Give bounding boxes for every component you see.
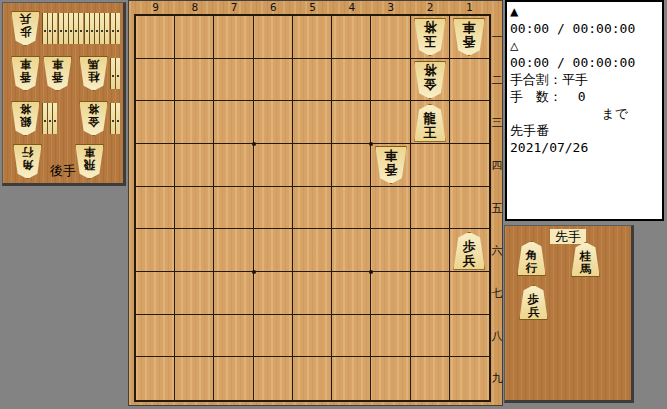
board-cell[interactable] xyxy=(254,315,293,358)
rank-label: 二 xyxy=(491,59,503,102)
hand-piece-sliver[interactable] xyxy=(115,13,120,44)
sente-clock: 00:00 / 00:00:00 xyxy=(510,20,662,37)
file-label: 9 xyxy=(136,1,175,14)
hand-piece-sliver[interactable] xyxy=(115,58,120,89)
sente-hand-tray: 先手 角行桂馬歩兵 xyxy=(504,225,634,403)
board-cell[interactable] xyxy=(411,229,450,272)
star-point xyxy=(252,142,256,146)
sente-tray-label-text: 先手 xyxy=(550,229,586,244)
move-count-label: 手 数： 0 xyxy=(510,88,662,105)
board-cell[interactable] xyxy=(293,272,332,315)
board-cell[interactable] xyxy=(332,315,371,358)
board-frame: 987654321 一二三四五六七八九 香車玉将金将龍王香車歩兵 xyxy=(128,0,503,406)
board-cell[interactable] xyxy=(175,144,214,187)
board-cell[interactable] xyxy=(254,59,293,102)
hand-piece-sliver[interactable] xyxy=(115,103,120,134)
turn-indicator: 先手番 xyxy=(510,122,662,139)
rank-label: 三 xyxy=(491,101,503,144)
board-cell[interactable] xyxy=(450,101,489,144)
board-cell[interactable] xyxy=(293,101,332,144)
board-cell[interactable] xyxy=(254,229,293,272)
file-label: 5 xyxy=(293,1,332,14)
board-cell[interactable] xyxy=(136,229,175,272)
piece-角行[interactable]: 角行 xyxy=(517,241,546,276)
game-date: 2021/07/26 xyxy=(510,139,662,156)
handicap-label: 手合割：平手 xyxy=(510,71,662,88)
board-cell[interactable] xyxy=(332,144,371,187)
board-cell[interactable] xyxy=(450,187,489,230)
file-label: 1 xyxy=(450,1,489,14)
piece-銀将[interactable]: 銀将 xyxy=(11,101,40,136)
board-cell[interactable] xyxy=(254,101,293,144)
file-label: 6 xyxy=(254,1,293,14)
board-cell[interactable] xyxy=(371,16,410,59)
rank-label: 五 xyxy=(491,187,503,230)
board-cell[interactable] xyxy=(293,144,332,187)
board-cell[interactable] xyxy=(175,357,214,400)
piece-歩兵[interactable]: 歩兵 xyxy=(11,11,40,46)
board-cell[interactable] xyxy=(371,272,410,315)
board-cell[interactable] xyxy=(136,144,175,187)
board-cell[interactable] xyxy=(371,357,410,400)
board-cell[interactable] xyxy=(293,229,332,272)
game-info-panel: ▲ 00:00 / 00:00:00 △ 00:00 / 00:00:00 手合… xyxy=(505,0,664,221)
rank-label: 一 xyxy=(491,16,503,59)
board-cell[interactable] xyxy=(332,229,371,272)
file-labels: 987654321 xyxy=(136,1,489,14)
board-cell[interactable] xyxy=(214,59,253,102)
board-cell[interactable] xyxy=(450,59,489,102)
board-cell[interactable] xyxy=(214,144,253,187)
made-label: まで xyxy=(510,105,662,122)
board-cell[interactable] xyxy=(332,272,371,315)
board-cell[interactable] xyxy=(293,59,332,102)
rank-label: 四 xyxy=(491,144,503,187)
board-cell[interactable] xyxy=(450,315,489,358)
board-cell[interactable] xyxy=(411,272,450,315)
board-cell[interactable] xyxy=(175,229,214,272)
board-cell[interactable] xyxy=(175,272,214,315)
board-cell[interactable] xyxy=(214,16,253,59)
gote-mark-icon: △ xyxy=(510,37,662,54)
board-cell[interactable] xyxy=(136,101,175,144)
board-cell[interactable] xyxy=(332,357,371,400)
file-label: 2 xyxy=(411,1,450,14)
rank-label: 八 xyxy=(491,315,503,358)
board-cell[interactable] xyxy=(254,16,293,59)
file-label: 7 xyxy=(214,1,253,14)
sente-mark-icon: ▲ xyxy=(510,3,662,20)
board-cell[interactable] xyxy=(293,16,332,59)
board-cell[interactable] xyxy=(254,357,293,400)
piece-香車[interactable]: 香車 xyxy=(11,56,40,91)
piece-桂馬[interactable]: 桂馬 xyxy=(79,56,108,91)
board-cell[interactable] xyxy=(136,187,175,230)
board-cell[interactable] xyxy=(136,59,175,102)
board-cell[interactable] xyxy=(332,16,371,59)
gote-clock: 00:00 / 00:00:00 xyxy=(510,54,662,71)
board-cell[interactable] xyxy=(214,187,253,230)
board-cell[interactable] xyxy=(175,59,214,102)
board-cell[interactable] xyxy=(214,272,253,315)
board-cell[interactable] xyxy=(254,144,293,187)
board-cell[interactable] xyxy=(136,315,175,358)
board-cell[interactable] xyxy=(332,59,371,102)
board-cell[interactable] xyxy=(411,315,450,358)
board-cell[interactable] xyxy=(136,272,175,315)
board-cell[interactable] xyxy=(411,144,450,187)
piece-金将[interactable]: 金将 xyxy=(79,101,108,136)
board-cell[interactable] xyxy=(450,272,489,315)
board-cell[interactable] xyxy=(371,229,410,272)
file-label: 4 xyxy=(332,1,371,14)
board-cell[interactable] xyxy=(136,357,175,400)
board-cell[interactable] xyxy=(450,144,489,187)
board-cell[interactable] xyxy=(332,187,371,230)
rank-label: 九 xyxy=(491,357,503,400)
board-cell[interactable] xyxy=(371,101,410,144)
board-cell[interactable] xyxy=(136,16,175,59)
board-cell[interactable] xyxy=(214,101,253,144)
board-cell[interactable] xyxy=(214,357,253,400)
hand-piece-sliver[interactable] xyxy=(52,103,57,134)
board-cell[interactable] xyxy=(371,59,410,102)
board-cell[interactable] xyxy=(411,187,450,230)
board-cell[interactable] xyxy=(214,229,253,272)
rank-labels: 一二三四五六七八九 xyxy=(491,16,503,400)
board-cell[interactable] xyxy=(214,315,253,358)
piece-桂馬[interactable]: 桂馬 xyxy=(571,242,600,277)
board-cell[interactable] xyxy=(332,101,371,144)
board-cell[interactable] xyxy=(175,101,214,144)
shogi-app-window: 後手 歩兵香車香車桂馬銀将金将角行飛車 987654321 一二三四五六七八九 … xyxy=(0,0,667,409)
board-cell[interactable] xyxy=(293,357,332,400)
board-cell[interactable] xyxy=(293,315,332,358)
rank-label: 七 xyxy=(491,272,503,315)
gote-hand-tray: 後手 歩兵香車香車桂馬銀将金将角行飛車 xyxy=(2,2,126,186)
board-cell[interactable] xyxy=(175,187,214,230)
rank-label: 六 xyxy=(491,229,503,272)
board-cell[interactable] xyxy=(371,187,410,230)
file-label: 8 xyxy=(175,1,214,14)
star-point xyxy=(252,270,256,274)
board-cell[interactable] xyxy=(254,272,293,315)
board-cell[interactable] xyxy=(450,357,489,400)
piece-香車[interactable]: 香車 xyxy=(43,56,72,91)
file-label: 3 xyxy=(371,1,410,14)
sente-tray-label: 先手 xyxy=(505,228,631,246)
board-cell[interactable] xyxy=(371,315,410,358)
piece-歩兵[interactable]: 歩兵 xyxy=(519,285,548,320)
board-cell[interactable] xyxy=(175,16,214,59)
board-cell[interactable] xyxy=(293,187,332,230)
board-cell[interactable] xyxy=(411,357,450,400)
board-cell[interactable] xyxy=(254,187,293,230)
board-cell[interactable] xyxy=(175,315,214,358)
